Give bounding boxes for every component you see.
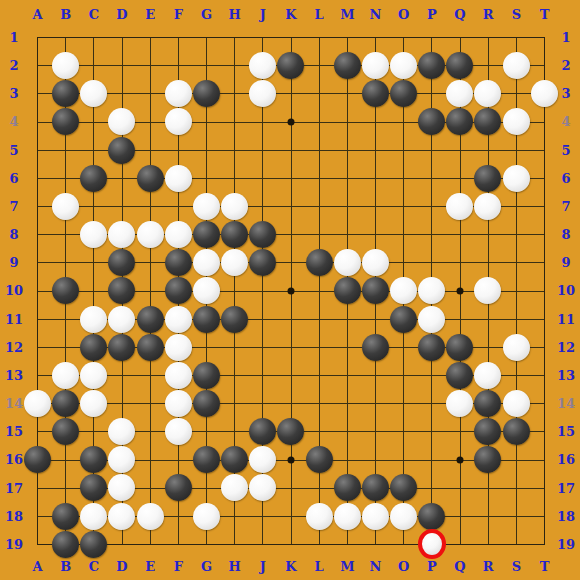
intersection-J3[interactable] [249,80,277,108]
intersection-S5[interactable] [502,136,530,164]
intersection-H18[interactable] [220,502,248,530]
intersection-D5[interactable] [108,136,136,164]
intersection-Q10[interactable] [446,277,474,305]
intersection-K14[interactable] [277,389,305,417]
intersection-H7[interactable] [220,192,248,220]
intersection-D4[interactable] [108,108,136,136]
intersection-O5[interactable] [389,136,417,164]
intersection-H14[interactable] [220,389,248,417]
intersection-A8[interactable] [23,220,51,248]
intersection-B8[interactable] [52,220,80,248]
intersection-L8[interactable] [305,220,333,248]
intersection-B15[interactable] [52,418,80,446]
intersection-M10[interactable] [333,277,361,305]
intersection-H13[interactable] [220,361,248,389]
intersection-P17[interactable] [418,474,446,502]
intersection-C15[interactable] [80,418,108,446]
intersection-J10[interactable] [249,277,277,305]
intersection-S6[interactable] [502,164,530,192]
intersection-S18[interactable] [502,502,530,530]
intersection-N15[interactable] [361,418,389,446]
intersection-K13[interactable] [277,361,305,389]
intersection-H3[interactable] [220,80,248,108]
intersection-K15[interactable] [277,418,305,446]
intersection-R14[interactable] [474,389,502,417]
intersection-B14[interactable] [52,389,80,417]
intersection-A15[interactable] [23,418,51,446]
intersection-A11[interactable] [23,305,51,333]
intersection-F15[interactable] [164,418,192,446]
intersection-P5[interactable] [418,136,446,164]
intersection-R11[interactable] [474,305,502,333]
intersection-J5[interactable] [249,136,277,164]
intersection-B10[interactable] [52,277,80,305]
intersection-G5[interactable] [192,136,220,164]
intersection-K10[interactable] [277,277,305,305]
intersection-K12[interactable] [277,333,305,361]
intersection-R15[interactable] [474,418,502,446]
intersection-P18[interactable] [418,502,446,530]
intersection-J17[interactable] [249,474,277,502]
intersection-A10[interactable] [23,277,51,305]
intersection-G6[interactable] [192,164,220,192]
intersection-N2[interactable] [361,52,389,80]
intersection-G2[interactable] [192,52,220,80]
intersection-Q13[interactable] [446,361,474,389]
intersection-C10[interactable] [80,277,108,305]
intersection-N5[interactable] [361,136,389,164]
intersection-G15[interactable] [192,418,220,446]
intersection-D2[interactable] [108,52,136,80]
intersection-C6[interactable] [80,164,108,192]
intersection-F5[interactable] [164,136,192,164]
intersection-E13[interactable] [136,361,164,389]
intersection-S7[interactable] [502,192,530,220]
intersection-G3[interactable] [192,80,220,108]
intersection-R13[interactable] [474,361,502,389]
intersection-N13[interactable] [361,361,389,389]
intersection-P4[interactable] [418,108,446,136]
intersection-J13[interactable] [249,361,277,389]
intersection-M6[interactable] [333,164,361,192]
intersection-J8[interactable] [249,220,277,248]
intersection-L10[interactable] [305,277,333,305]
intersection-P6[interactable] [418,164,446,192]
intersection-J2[interactable] [249,52,277,80]
intersection-O13[interactable] [389,361,417,389]
intersection-M1[interactable] [333,23,361,51]
intersection-R1[interactable] [474,23,502,51]
intersection-N11[interactable] [361,305,389,333]
intersection-C16[interactable] [80,446,108,474]
intersection-H8[interactable] [220,220,248,248]
intersection-A18[interactable] [23,502,51,530]
intersection-B7[interactable] [52,192,80,220]
intersection-L1[interactable] [305,23,333,51]
intersection-R8[interactable] [474,220,502,248]
intersection-L7[interactable] [305,192,333,220]
intersection-S1[interactable] [502,23,530,51]
intersection-F17[interactable] [164,474,192,502]
intersection-B3[interactable] [52,80,80,108]
intersection-M14[interactable] [333,389,361,417]
intersection-G18[interactable] [192,502,220,530]
intersection-L4[interactable] [305,108,333,136]
intersection-S14[interactable] [502,389,530,417]
intersection-L6[interactable] [305,164,333,192]
intersection-R4[interactable] [474,108,502,136]
intersection-C13[interactable] [80,361,108,389]
intersection-D14[interactable] [108,389,136,417]
intersection-Q12[interactable] [446,333,474,361]
intersection-H5[interactable] [220,136,248,164]
intersection-N12[interactable] [361,333,389,361]
intersection-S4[interactable] [502,108,530,136]
intersection-B16[interactable] [52,446,80,474]
intersection-L15[interactable] [305,418,333,446]
intersection-P3[interactable] [418,80,446,108]
intersection-R16[interactable] [474,446,502,474]
intersection-P10[interactable] [418,277,446,305]
intersection-N10[interactable] [361,277,389,305]
intersection-Q11[interactable] [446,305,474,333]
intersection-N9[interactable] [361,249,389,277]
intersection-M18[interactable] [333,502,361,530]
intersection-G13[interactable] [192,361,220,389]
intersection-F6[interactable] [164,164,192,192]
intersection-K1[interactable] [277,23,305,51]
intersection-K6[interactable] [277,164,305,192]
intersection-P1[interactable] [418,23,446,51]
intersection-A3[interactable] [23,80,51,108]
intersection-J6[interactable] [249,164,277,192]
intersection-A2[interactable] [23,52,51,80]
intersection-O8[interactable] [389,220,417,248]
intersection-O16[interactable] [389,446,417,474]
intersection-C2[interactable] [80,52,108,80]
intersection-G1[interactable] [192,23,220,51]
intersection-K2[interactable] [277,52,305,80]
intersection-C11[interactable] [80,305,108,333]
intersection-Q4[interactable] [446,108,474,136]
intersection-E8[interactable] [136,220,164,248]
intersection-J7[interactable] [249,192,277,220]
intersection-C14[interactable] [80,389,108,417]
intersection-G11[interactable] [192,305,220,333]
intersection-Q8[interactable] [446,220,474,248]
intersection-O4[interactable] [389,108,417,136]
intersection-S17[interactable] [502,474,530,502]
intersection-E17[interactable] [136,474,164,502]
intersection-S11[interactable] [502,305,530,333]
intersection-O14[interactable] [389,389,417,417]
intersection-D3[interactable] [108,80,136,108]
intersection-O18[interactable] [389,502,417,530]
intersection-K8[interactable] [277,220,305,248]
intersection-P11[interactable] [418,305,446,333]
intersection-G8[interactable] [192,220,220,248]
intersection-L9[interactable] [305,249,333,277]
intersection-L3[interactable] [305,80,333,108]
intersection-E18[interactable] [136,502,164,530]
intersection-C8[interactable] [80,220,108,248]
intersection-H16[interactable] [220,446,248,474]
intersection-D17[interactable] [108,474,136,502]
intersection-E1[interactable] [136,23,164,51]
intersection-O1[interactable] [389,23,417,51]
intersection-G4[interactable] [192,108,220,136]
intersection-R3[interactable] [474,80,502,108]
intersection-F7[interactable] [164,192,192,220]
intersection-F10[interactable] [164,277,192,305]
intersection-A12[interactable] [23,333,51,361]
intersection-N16[interactable] [361,446,389,474]
intersection-N1[interactable] [361,23,389,51]
intersection-D16[interactable] [108,446,136,474]
intersection-J18[interactable] [249,502,277,530]
intersection-M8[interactable] [333,220,361,248]
intersection-O15[interactable] [389,418,417,446]
intersection-D15[interactable] [108,418,136,446]
intersection-H6[interactable] [220,164,248,192]
intersection-A6[interactable] [23,164,51,192]
intersection-M15[interactable] [333,418,361,446]
intersection-J14[interactable] [249,389,277,417]
intersection-B6[interactable] [52,164,80,192]
intersection-K3[interactable] [277,80,305,108]
intersection-E10[interactable] [136,277,164,305]
intersection-R9[interactable] [474,249,502,277]
intersection-E15[interactable] [136,418,164,446]
intersection-K4[interactable] [277,108,305,136]
intersection-A16[interactable] [23,446,51,474]
intersection-L11[interactable] [305,305,333,333]
intersection-J4[interactable] [249,108,277,136]
intersection-Q14[interactable] [446,389,474,417]
intersection-Q17[interactable] [446,474,474,502]
intersection-E4[interactable] [136,108,164,136]
intersection-K7[interactable] [277,192,305,220]
intersection-P9[interactable] [418,249,446,277]
intersection-O10[interactable] [389,277,417,305]
intersection-O17[interactable] [389,474,417,502]
intersection-Q18[interactable] [446,502,474,530]
intersection-B17[interactable] [52,474,80,502]
intersection-N18[interactable] [361,502,389,530]
intersection-K11[interactable] [277,305,305,333]
intersection-S12[interactable] [502,333,530,361]
intersection-P7[interactable] [418,192,446,220]
intersection-R18[interactable] [474,502,502,530]
intersection-E6[interactable] [136,164,164,192]
intersection-H17[interactable] [220,474,248,502]
intersection-F11[interactable] [164,305,192,333]
intersection-Q16[interactable] [446,446,474,474]
intersection-R7[interactable] [474,192,502,220]
intersection-Q1[interactable] [446,23,474,51]
intersection-G14[interactable] [192,389,220,417]
intersection-N6[interactable] [361,164,389,192]
intersection-C17[interactable] [80,474,108,502]
intersection-N4[interactable] [361,108,389,136]
intersection-L13[interactable] [305,361,333,389]
intersection-K17[interactable] [277,474,305,502]
intersection-F8[interactable] [164,220,192,248]
intersection-A7[interactable] [23,192,51,220]
intersection-G16[interactable] [192,446,220,474]
intersection-O7[interactable] [389,192,417,220]
intersection-A14[interactable] [23,389,51,417]
intersection-M12[interactable] [333,333,361,361]
intersection-Q9[interactable] [446,249,474,277]
intersection-D11[interactable] [108,305,136,333]
intersection-H4[interactable] [220,108,248,136]
intersection-H1[interactable] [220,23,248,51]
intersection-J16[interactable] [249,446,277,474]
intersection-N17[interactable] [361,474,389,502]
intersection-R10[interactable] [474,277,502,305]
intersection-E7[interactable] [136,192,164,220]
intersection-D10[interactable] [108,277,136,305]
intersection-F12[interactable] [164,333,192,361]
intersection-K18[interactable] [277,502,305,530]
intersection-H12[interactable] [220,333,248,361]
intersection-N7[interactable] [361,192,389,220]
intersection-E12[interactable] [136,333,164,361]
intersection-C12[interactable] [80,333,108,361]
intersection-B9[interactable] [52,249,80,277]
intersection-F4[interactable] [164,108,192,136]
intersection-E2[interactable] [136,52,164,80]
intersection-P12[interactable] [418,333,446,361]
intersection-O3[interactable] [389,80,417,108]
intersection-H2[interactable] [220,52,248,80]
intersection-E14[interactable] [136,389,164,417]
intersection-P13[interactable] [418,361,446,389]
intersection-O6[interactable] [389,164,417,192]
intersection-C5[interactable] [80,136,108,164]
intersection-H9[interactable] [220,249,248,277]
intersection-J9[interactable] [249,249,277,277]
intersection-Q2[interactable] [446,52,474,80]
intersection-L5[interactable] [305,136,333,164]
intersection-A1[interactable] [23,23,51,51]
intersection-M7[interactable] [333,192,361,220]
intersection-S8[interactable] [502,220,530,248]
intersection-N3[interactable] [361,80,389,108]
intersection-N8[interactable] [361,220,389,248]
intersection-E3[interactable] [136,80,164,108]
intersection-G9[interactable] [192,249,220,277]
intersection-K16[interactable] [277,446,305,474]
intersection-M13[interactable] [333,361,361,389]
intersection-L14[interactable] [305,389,333,417]
intersection-D7[interactable] [108,192,136,220]
intersection-D9[interactable] [108,249,136,277]
intersection-S15[interactable] [502,418,530,446]
intersection-P14[interactable] [418,389,446,417]
intersection-E9[interactable] [136,249,164,277]
intersection-A9[interactable] [23,249,51,277]
intersection-E11[interactable] [136,305,164,333]
intersection-P16[interactable] [418,446,446,474]
intersection-D1[interactable] [108,23,136,51]
intersection-G7[interactable] [192,192,220,220]
intersection-S10[interactable] [502,277,530,305]
intersection-L17[interactable] [305,474,333,502]
intersection-D18[interactable] [108,502,136,530]
intersection-M4[interactable] [333,108,361,136]
intersection-F2[interactable] [164,52,192,80]
intersection-K5[interactable] [277,136,305,164]
intersection-B4[interactable] [52,108,80,136]
intersection-F18[interactable] [164,502,192,530]
intersection-B1[interactable] [52,23,80,51]
intersection-B11[interactable] [52,305,80,333]
intersection-L16[interactable] [305,446,333,474]
intersection-G10[interactable] [192,277,220,305]
intersection-L12[interactable] [305,333,333,361]
intersection-J11[interactable] [249,305,277,333]
intersection-A17[interactable] [23,474,51,502]
intersection-H11[interactable] [220,305,248,333]
intersection-M16[interactable] [333,446,361,474]
intersection-D6[interactable] [108,164,136,192]
intersection-C3[interactable] [80,80,108,108]
intersection-M11[interactable] [333,305,361,333]
intersection-S9[interactable] [502,249,530,277]
intersection-B13[interactable] [52,361,80,389]
intersection-S3[interactable] [502,80,530,108]
intersection-H15[interactable] [220,418,248,446]
intersection-K9[interactable] [277,249,305,277]
intersection-F13[interactable] [164,361,192,389]
intersection-M17[interactable] [333,474,361,502]
intersection-F16[interactable] [164,446,192,474]
intersection-M2[interactable] [333,52,361,80]
intersection-F9[interactable] [164,249,192,277]
intersection-B5[interactable] [52,136,80,164]
intersection-L18[interactable] [305,502,333,530]
intersection-M9[interactable] [333,249,361,277]
intersection-Q7[interactable] [446,192,474,220]
intersection-C4[interactable] [80,108,108,136]
intersection-A13[interactable] [23,361,51,389]
intersection-O11[interactable] [389,305,417,333]
intersection-P2[interactable] [418,52,446,80]
intersection-O9[interactable] [389,249,417,277]
intersection-E16[interactable] [136,446,164,474]
intersection-S13[interactable] [502,361,530,389]
intersection-S2[interactable] [502,52,530,80]
intersection-C9[interactable] [80,249,108,277]
intersection-M5[interactable] [333,136,361,164]
intersection-O12[interactable] [389,333,417,361]
intersection-D13[interactable] [108,361,136,389]
intersection-R5[interactable] [474,136,502,164]
intersection-Q5[interactable] [446,136,474,164]
intersection-B2[interactable] [52,52,80,80]
intersection-D12[interactable] [108,333,136,361]
intersection-B18[interactable] [52,502,80,530]
intersection-F3[interactable] [164,80,192,108]
intersection-C1[interactable] [80,23,108,51]
intersection-D8[interactable] [108,220,136,248]
intersection-J12[interactable] [249,333,277,361]
intersection-F1[interactable] [164,23,192,51]
intersection-O2[interactable] [389,52,417,80]
intersection-F14[interactable] [164,389,192,417]
